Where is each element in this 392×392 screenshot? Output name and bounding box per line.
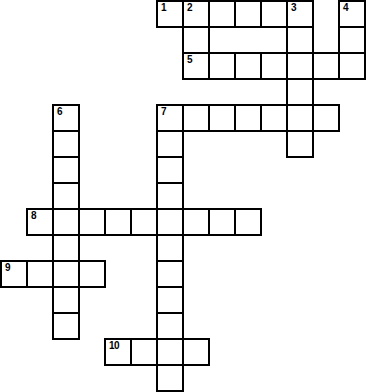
clue-number: 7 (161, 107, 166, 117)
cell-r0c8[interactable] (208, 0, 236, 28)
clue-number: 10 (109, 341, 119, 351)
clue-number: 6 (57, 107, 62, 117)
cell-r1c11[interactable] (286, 26, 314, 54)
cell-r8c6[interactable] (156, 208, 184, 236)
cell-r1c7[interactable] (182, 26, 210, 54)
cell-r12c6[interactable] (156, 312, 184, 340)
cell-r2c7[interactable]: 5 (182, 52, 210, 80)
cell-r4c9[interactable] (234, 104, 262, 132)
cell-r4c8[interactable] (208, 104, 236, 132)
cell-r0c10[interactable] (260, 0, 288, 28)
cell-r13c6[interactable] (156, 338, 184, 366)
cell-r11c2[interactable] (52, 286, 80, 314)
cell-r8c2[interactable] (52, 208, 80, 236)
cell-r4c2[interactable]: 6 (52, 104, 80, 132)
clue-number: 9 (5, 263, 10, 273)
cell-r5c11[interactable] (286, 130, 314, 158)
cell-r0c7[interactable]: 2 (182, 0, 210, 28)
clue-number: 3 (291, 3, 296, 13)
cell-r0c11[interactable]: 3 (286, 0, 314, 28)
cell-r10c0[interactable]: 9 (0, 260, 28, 288)
clue-number: 4 (343, 3, 348, 13)
cell-r5c6[interactable] (156, 130, 184, 158)
cell-r2c11[interactable] (286, 52, 314, 80)
cell-r9c2[interactable] (52, 234, 80, 262)
clue-number: 1 (161, 3, 166, 13)
cell-r2c12[interactable] (312, 52, 340, 80)
cell-r1c13[interactable] (338, 26, 366, 54)
cell-r2c8[interactable] (208, 52, 236, 80)
cell-r2c9[interactable] (234, 52, 262, 80)
cell-r8c3[interactable] (78, 208, 106, 236)
cell-r8c7[interactable] (182, 208, 210, 236)
cell-r2c10[interactable] (260, 52, 288, 80)
cell-r10c1[interactable] (26, 260, 54, 288)
cell-r3c11[interactable] (286, 78, 314, 106)
cell-r8c5[interactable] (130, 208, 158, 236)
cell-r0c6[interactable]: 1 (156, 0, 184, 28)
cell-r8c1[interactable]: 8 (26, 208, 54, 236)
clue-number: 2 (187, 3, 192, 13)
clue-number: 5 (187, 55, 192, 65)
cell-r11c6[interactable] (156, 286, 184, 314)
cell-r4c11[interactable] (286, 104, 314, 132)
cell-r8c8[interactable] (208, 208, 236, 236)
cell-r4c7[interactable] (182, 104, 210, 132)
cell-r9c6[interactable] (156, 234, 184, 262)
cell-r12c2[interactable] (52, 312, 80, 340)
cell-r7c2[interactable] (52, 182, 80, 210)
cell-r7c6[interactable] (156, 182, 184, 210)
cell-r8c4[interactable] (104, 208, 132, 236)
cell-r10c3[interactable] (78, 260, 106, 288)
cell-r0c13[interactable]: 4 (338, 0, 366, 28)
cell-r13c5[interactable] (130, 338, 158, 366)
cell-r4c12[interactable] (312, 104, 340, 132)
cell-r4c10[interactable] (260, 104, 288, 132)
cell-r8c9[interactable] (234, 208, 262, 236)
crossword-grid: 12345678910 (0, 0, 392, 392)
cell-r6c6[interactable] (156, 156, 184, 184)
cell-r13c4[interactable]: 10 (104, 338, 132, 366)
cell-r14c6[interactable] (156, 364, 184, 392)
clue-number: 8 (31, 211, 36, 221)
cell-r10c2[interactable] (52, 260, 80, 288)
cell-r6c2[interactable] (52, 156, 80, 184)
cell-r10c6[interactable] (156, 260, 184, 288)
cell-r13c7[interactable] (182, 338, 210, 366)
cell-r0c9[interactable] (234, 0, 262, 28)
cell-r4c6[interactable]: 7 (156, 104, 184, 132)
cell-r2c13[interactable] (338, 52, 366, 80)
cell-r5c2[interactable] (52, 130, 80, 158)
